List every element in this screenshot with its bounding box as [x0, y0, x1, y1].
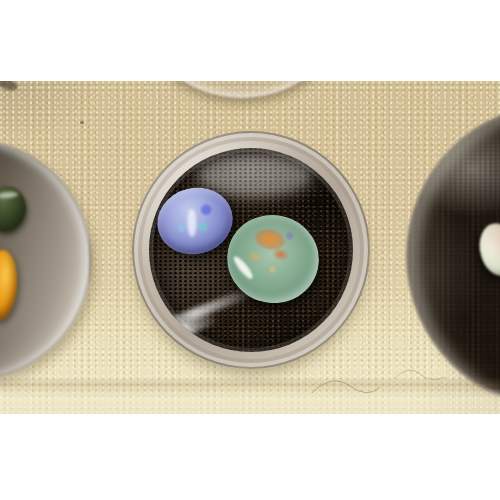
- letterbox-bottom: [0, 414, 500, 500]
- corner-smudge: [0, 81, 19, 93]
- fabric-fibers: [298, 349, 468, 414]
- photo-stage: [0, 0, 500, 500]
- dark-green-stone: [0, 183, 29, 235]
- capsule-top: [128, 81, 356, 100]
- capsule-left: [0, 139, 92, 381]
- letterbox-top: [0, 0, 500, 81]
- photo: [0, 81, 500, 414]
- capsule-center: [132, 131, 370, 369]
- felt-speck: [80, 121, 84, 124]
- amber-stone: [0, 249, 19, 321]
- foam-insert: [149, 148, 353, 352]
- white-opal: [475, 220, 500, 280]
